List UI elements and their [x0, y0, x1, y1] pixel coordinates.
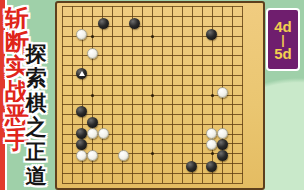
black-stone-Q3 — [206, 161, 217, 172]
go-board[interactable] — [57, 2, 247, 188]
thumbnail-stage: 斩断实战恶手 探索棋之正道 4d | 5d — [0, 0, 304, 190]
rank-badge-separator: | — [281, 35, 284, 45]
white-stone-G4 — [118, 150, 129, 161]
black-stone-C8 — [76, 106, 87, 117]
banner-slogan-secondary: 探索棋之正道 — [23, 42, 49, 188]
white-stone-C4 — [76, 150, 87, 161]
white-stone-R10 — [217, 87, 228, 98]
white-stone-E6 — [98, 128, 109, 139]
black-stone-C5 — [76, 139, 87, 150]
slogan-char: 道 — [26, 164, 47, 188]
slogan-char: 棋 — [26, 91, 47, 115]
black-stone-D7 — [87, 117, 98, 128]
slogan-char: 索 — [26, 66, 47, 90]
black-stone-Q16 — [206, 29, 217, 40]
white-stone-Q6 — [206, 128, 217, 139]
white-stone-Q5 — [206, 139, 217, 150]
black-stone-C6 — [76, 128, 87, 139]
slogan-char: 之 — [26, 115, 47, 139]
black-stone-E17 — [98, 18, 109, 29]
slogan-char: 正 — [26, 140, 47, 164]
rank-badge-bottom: 5d — [274, 45, 292, 62]
last-move-marker — [79, 71, 85, 76]
white-stone-D14 — [87, 48, 98, 59]
rank-badge: 4d | 5d — [266, 8, 300, 71]
rank-badge-top: 4d — [274, 18, 292, 35]
black-stone-O3 — [186, 161, 197, 172]
slogan-char: 探 — [26, 42, 47, 66]
white-stone-D4 — [87, 150, 98, 161]
white-stone-C16 — [76, 29, 87, 40]
black-stone-R5 — [217, 139, 228, 150]
black-stone-H17 — [129, 18, 140, 29]
white-stone-D6 — [87, 128, 98, 139]
black-stone-C12 — [76, 68, 87, 79]
white-stone-R6 — [217, 128, 228, 139]
black-stone-R4 — [217, 150, 228, 161]
slogan-char: 斩 — [5, 7, 29, 31]
